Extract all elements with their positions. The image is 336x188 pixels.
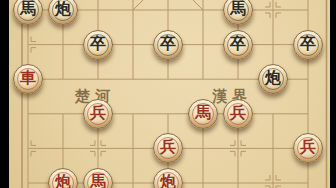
piece-black-soldier[interactable]: 卒 (293, 30, 323, 60)
letterbox-left (0, 0, 9, 188)
piece-label: 車 (20, 70, 36, 86)
piece-label: 馬 (195, 105, 211, 121)
game-frame: 楚河 漢界 馬炮馬卒卒卒卒炮車兵馬兵兵兵炮馬炮 (0, 0, 336, 188)
piece-black-cannon[interactable]: 炮 (258, 64, 288, 94)
piece-label: 馬 (230, 1, 246, 17)
xiangqi-board[interactable]: 楚河 漢界 馬炮馬卒卒卒卒炮車兵馬兵兵兵炮馬炮 (9, 0, 330, 188)
piece-label: 炮 (55, 1, 71, 17)
piece-label: 兵 (160, 139, 176, 155)
piece-label: 卒 (160, 36, 176, 52)
piece-label: 馬 (20, 1, 36, 17)
piece-label: 卒 (230, 36, 246, 52)
letterbox-right (330, 0, 336, 188)
piece-red-chariot[interactable]: 車 (13, 64, 43, 94)
piece-black-soldier[interactable]: 卒 (223, 30, 253, 60)
piece-label: 炮 (55, 174, 71, 188)
piece-red-soldier[interactable]: 兵 (223, 99, 253, 129)
piece-label: 炮 (160, 174, 176, 188)
piece-label: 卒 (90, 36, 106, 52)
piece-black-soldier[interactable]: 卒 (153, 30, 183, 60)
piece-label: 炮 (265, 70, 281, 86)
piece-label: 馬 (90, 174, 106, 188)
piece-red-horse[interactable]: 馬 (188, 99, 218, 129)
piece-red-soldier[interactable]: 兵 (83, 99, 113, 129)
piece-label: 卒 (300, 36, 316, 52)
piece-label: 兵 (300, 139, 316, 155)
piece-black-soldier[interactable]: 卒 (83, 30, 113, 60)
piece-label: 兵 (230, 105, 246, 121)
piece-label: 兵 (90, 105, 106, 121)
